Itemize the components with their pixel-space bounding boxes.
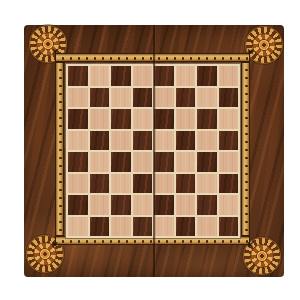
square-f2[interactable] <box>176 195 196 215</box>
frame-corner-x-mark: ✕ <box>51 48 59 57</box>
frame-corner-x-mark: ✕ <box>51 241 59 250</box>
square-c8[interactable] <box>111 66 131 86</box>
square-d1[interactable] <box>133 217 153 237</box>
square-h4[interactable] <box>219 152 239 172</box>
square-e5[interactable] <box>154 131 174 151</box>
square-h2[interactable] <box>219 195 239 215</box>
square-f7[interactable] <box>176 88 196 108</box>
square-a7[interactable] <box>68 88 88 108</box>
square-e1[interactable] <box>154 217 174 237</box>
square-f1[interactable] <box>176 217 196 237</box>
product-photo: ✕ ✕ ✕ ✕ <box>0 0 300 300</box>
square-g1[interactable] <box>197 217 217 237</box>
square-b5[interactable] <box>90 131 110 151</box>
square-c4[interactable] <box>111 152 131 172</box>
square-f6[interactable] <box>176 109 196 129</box>
square-d5[interactable] <box>133 131 153 151</box>
square-f3[interactable] <box>176 174 196 194</box>
frame-strip-left <box>55 62 64 236</box>
frame-corner-x-mark: ✕ <box>246 241 254 250</box>
square-b7[interactable] <box>90 88 110 108</box>
square-d8[interactable] <box>133 66 153 86</box>
chess-board: ✕ ✕ ✕ ✕ <box>24 25 284 277</box>
square-d7[interactable] <box>133 88 153 108</box>
square-e4[interactable] <box>154 152 174 172</box>
square-h8[interactable] <box>219 66 239 86</box>
square-d3[interactable] <box>133 174 153 194</box>
square-c2[interactable] <box>111 195 131 215</box>
square-g3[interactable] <box>197 174 217 194</box>
square-a1[interactable] <box>68 217 88 237</box>
square-h3[interactable] <box>219 174 239 194</box>
square-d4[interactable] <box>133 152 153 172</box>
square-a3[interactable] <box>68 174 88 194</box>
square-f8[interactable] <box>176 66 196 86</box>
square-e7[interactable] <box>154 88 174 108</box>
frame-corner-x-mark: ✕ <box>246 48 254 57</box>
square-e3[interactable] <box>154 174 174 194</box>
square-e2[interactable] <box>154 195 174 215</box>
square-g8[interactable] <box>197 66 217 86</box>
square-b2[interactable] <box>90 195 110 215</box>
square-a8[interactable] <box>68 66 88 86</box>
frame-strip-right <box>241 62 250 236</box>
square-c1[interactable] <box>111 217 131 237</box>
square-a4[interactable] <box>68 152 88 172</box>
square-c3[interactable] <box>111 174 131 194</box>
square-e6[interactable] <box>154 109 174 129</box>
square-b4[interactable] <box>90 152 110 172</box>
square-d6[interactable] <box>133 109 153 129</box>
square-c7[interactable] <box>111 88 131 108</box>
square-a6[interactable] <box>68 109 88 129</box>
square-a2[interactable] <box>68 195 88 215</box>
square-g6[interactable] <box>197 109 217 129</box>
square-h1[interactable] <box>219 217 239 237</box>
square-e8[interactable] <box>154 66 174 86</box>
fold-seam <box>153 25 155 277</box>
square-c5[interactable] <box>111 131 131 151</box>
corner-rosette-top-right-icon <box>246 27 282 63</box>
square-h5[interactable] <box>219 131 239 151</box>
square-c6[interactable] <box>111 109 131 129</box>
square-h7[interactable] <box>219 88 239 108</box>
square-b3[interactable] <box>90 174 110 194</box>
square-f5[interactable] <box>176 131 196 151</box>
square-d2[interactable] <box>133 195 153 215</box>
square-g5[interactable] <box>197 131 217 151</box>
square-b8[interactable] <box>90 66 110 86</box>
square-g7[interactable] <box>197 88 217 108</box>
square-h6[interactable] <box>219 109 239 129</box>
square-b6[interactable] <box>90 109 110 129</box>
square-g2[interactable] <box>197 195 217 215</box>
square-g4[interactable] <box>197 152 217 172</box>
square-f4[interactable] <box>176 152 196 172</box>
square-a5[interactable] <box>68 131 88 151</box>
square-b1[interactable] <box>90 217 110 237</box>
